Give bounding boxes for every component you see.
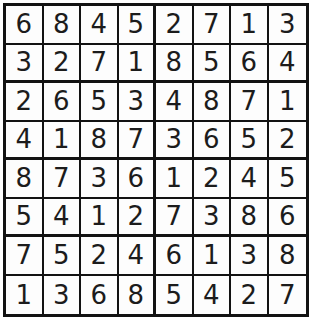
- sudoku-cell-r1c5[interactable]: 2: [156, 6, 194, 45]
- sudoku-cell-r7c2[interactable]: 5: [44, 237, 82, 276]
- sudoku-cell-r2c1[interactable]: 3: [6, 45, 44, 84]
- sudoku-board: 6845271332718564265348714187365287361245…: [3, 3, 309, 317]
- sudoku-cell-r7c3[interactable]: 2: [81, 237, 119, 276]
- sudoku-cell-r5c8[interactable]: 5: [269, 160, 307, 199]
- sudoku-cell-r4c7[interactable]: 5: [231, 122, 269, 161]
- sudoku-cell-r7c1[interactable]: 7: [6, 237, 44, 276]
- sudoku-cell-r1c1[interactable]: 6: [6, 6, 44, 45]
- sudoku-cell-r8c3[interactable]: 6: [81, 276, 119, 315]
- sudoku-cell-r6c2[interactable]: 4: [44, 199, 82, 238]
- sudoku-cell-r8c5[interactable]: 5: [156, 276, 194, 315]
- sudoku-cell-r6c3[interactable]: 1: [81, 199, 119, 238]
- sudoku-cell-r7c4[interactable]: 4: [119, 237, 157, 276]
- sudoku-cell-r7c7[interactable]: 3: [231, 237, 269, 276]
- sudoku-cell-r4c2[interactable]: 1: [44, 122, 82, 161]
- sudoku-cell-r8c7[interactable]: 2: [231, 276, 269, 315]
- sudoku-cell-r3c2[interactable]: 6: [44, 83, 82, 122]
- sudoku-cell-r4c5[interactable]: 3: [156, 122, 194, 161]
- sudoku-cell-r5c5[interactable]: 1: [156, 160, 194, 199]
- sudoku-cell-r2c2[interactable]: 2: [44, 45, 82, 84]
- sudoku-cell-r1c2[interactable]: 8: [44, 6, 82, 45]
- sudoku-cell-r4c4[interactable]: 7: [119, 122, 157, 161]
- sudoku-cell-r8c4[interactable]: 8: [119, 276, 157, 315]
- sudoku-cell-r5c4[interactable]: 6: [119, 160, 157, 199]
- sudoku-cell-r2c7[interactable]: 6: [231, 45, 269, 84]
- sudoku-cell-r1c4[interactable]: 5: [119, 6, 157, 45]
- sudoku-cell-r8c8[interactable]: 7: [269, 276, 307, 315]
- sudoku-cell-r5c7[interactable]: 4: [231, 160, 269, 199]
- sudoku-cell-r3c3[interactable]: 5: [81, 83, 119, 122]
- sudoku-cell-r7c5[interactable]: 6: [156, 237, 194, 276]
- sudoku-cell-r5c1[interactable]: 8: [6, 160, 44, 199]
- sudoku-cell-r4c3[interactable]: 8: [81, 122, 119, 161]
- sudoku-cell-r2c5[interactable]: 8: [156, 45, 194, 84]
- sudoku-page: 6845271332718564265348714187365287361245…: [0, 0, 312, 320]
- sudoku-cell-r2c8[interactable]: 4: [269, 45, 307, 84]
- sudoku-cell-r1c8[interactable]: 3: [269, 6, 307, 45]
- sudoku-cell-r3c5[interactable]: 4: [156, 83, 194, 122]
- sudoku-cell-r8c6[interactable]: 4: [194, 276, 232, 315]
- sudoku-cell-r5c2[interactable]: 7: [44, 160, 82, 199]
- sudoku-cell-r2c6[interactable]: 5: [194, 45, 232, 84]
- sudoku-cell-r4c8[interactable]: 2: [269, 122, 307, 161]
- sudoku-cell-r6c1[interactable]: 5: [6, 199, 44, 238]
- sudoku-cell-r3c8[interactable]: 1: [269, 83, 307, 122]
- sudoku-cell-r2c3[interactable]: 7: [81, 45, 119, 84]
- sudoku-cell-r1c7[interactable]: 1: [231, 6, 269, 45]
- sudoku-cell-r4c1[interactable]: 4: [6, 122, 44, 161]
- sudoku-cell-r6c4[interactable]: 2: [119, 199, 157, 238]
- sudoku-cell-r1c6[interactable]: 7: [194, 6, 232, 45]
- sudoku-cell-r5c6[interactable]: 2: [194, 160, 232, 199]
- sudoku-cell-r6c5[interactable]: 7: [156, 199, 194, 238]
- sudoku-cell-r4c6[interactable]: 6: [194, 122, 232, 161]
- sudoku-cell-r7c6[interactable]: 1: [194, 237, 232, 276]
- sudoku-cell-r3c1[interactable]: 2: [6, 83, 44, 122]
- sudoku-cell-r6c7[interactable]: 8: [231, 199, 269, 238]
- sudoku-cell-r3c4[interactable]: 3: [119, 83, 157, 122]
- sudoku-cell-r1c3[interactable]: 4: [81, 6, 119, 45]
- sudoku-cell-r8c2[interactable]: 3: [44, 276, 82, 315]
- sudoku-cell-r3c6[interactable]: 8: [194, 83, 232, 122]
- sudoku-cell-r2c4[interactable]: 1: [119, 45, 157, 84]
- sudoku-cell-r5c3[interactable]: 3: [81, 160, 119, 199]
- sudoku-cell-r6c6[interactable]: 3: [194, 199, 232, 238]
- sudoku-cell-r3c7[interactable]: 7: [231, 83, 269, 122]
- sudoku-cell-r6c8[interactable]: 6: [269, 199, 307, 238]
- sudoku-cell-r8c1[interactable]: 1: [6, 276, 44, 315]
- sudoku-cell-r7c8[interactable]: 8: [269, 237, 307, 276]
